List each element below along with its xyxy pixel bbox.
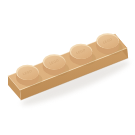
stud-4: LEGO [96, 33, 122, 55]
lego-plate-product-photo: LEGO LEGO LEGO LEGO [0, 0, 135, 135]
